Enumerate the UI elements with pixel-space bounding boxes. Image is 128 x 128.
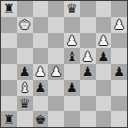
square-e3[interactable]: ♟ xyxy=(64,80,80,96)
square-e5[interactable]: ♝ xyxy=(64,48,80,64)
black-queen: ♛ xyxy=(66,2,78,15)
black-bishop: ♝ xyxy=(66,49,78,62)
square-f4[interactable]: ♟ xyxy=(80,64,96,80)
square-f3[interactable] xyxy=(80,80,96,96)
white-pawn: ♟ xyxy=(66,33,78,46)
white-pawn: ♟ xyxy=(82,49,94,62)
square-h8[interactable] xyxy=(111,1,127,17)
square-h4[interactable]: ♟ xyxy=(111,64,127,80)
square-b5[interactable] xyxy=(17,48,33,64)
square-c6[interactable] xyxy=(33,33,49,49)
square-e6[interactable]: ♟ xyxy=(64,33,80,49)
square-a5[interactable] xyxy=(1,48,17,64)
square-b6[interactable] xyxy=(17,33,33,49)
square-d4[interactable]: ♟ xyxy=(48,64,64,80)
square-h1[interactable] xyxy=(111,111,127,127)
square-c2[interactable] xyxy=(33,96,49,112)
square-g7[interactable] xyxy=(96,17,112,33)
square-g2[interactable] xyxy=(96,96,112,112)
square-a1[interactable]: ♜ xyxy=(1,111,17,127)
square-f7[interactable] xyxy=(80,17,96,33)
black-pawn: ♟ xyxy=(66,81,78,94)
square-g6[interactable]: ♟ xyxy=(96,33,112,49)
square-f2[interactable] xyxy=(80,96,96,112)
square-d3[interactable] xyxy=(48,80,64,96)
square-a4[interactable] xyxy=(1,64,17,80)
square-b2[interactable]: ♛ xyxy=(17,96,33,112)
square-g3[interactable] xyxy=(96,80,112,96)
square-f6[interactable] xyxy=(80,33,96,49)
square-h3[interactable] xyxy=(111,80,127,96)
square-a7[interactable] xyxy=(1,17,17,33)
square-d2[interactable] xyxy=(48,96,64,112)
black-rook: ♜ xyxy=(3,112,15,125)
square-f8[interactable] xyxy=(80,1,96,17)
black-pawn: ♟ xyxy=(98,49,110,62)
square-c7[interactable] xyxy=(33,17,49,33)
square-a6[interactable] xyxy=(1,33,17,49)
square-a3[interactable] xyxy=(1,80,17,96)
square-e4[interactable] xyxy=(64,64,80,80)
square-a2[interactable] xyxy=(1,96,17,112)
black-king: ♚ xyxy=(35,112,47,125)
square-e8[interactable]: ♛ xyxy=(64,1,80,17)
black-pawn: ♟ xyxy=(35,81,47,94)
square-e2[interactable] xyxy=(64,96,80,112)
black-pawn: ♟ xyxy=(82,65,94,78)
black-rook: ♜ xyxy=(3,2,15,15)
square-g4[interactable] xyxy=(96,64,112,80)
chess-board: ♜♛♚♟♟♟♝♟♟♟♟♟♟♟♝♟♟♛♜♚ xyxy=(0,0,128,128)
square-b8[interactable] xyxy=(17,1,33,17)
white-king: ♚ xyxy=(19,18,31,31)
square-d7[interactable] xyxy=(48,17,64,33)
square-g8[interactable] xyxy=(96,1,112,17)
square-b3[interactable]: ♝ xyxy=(17,80,33,96)
square-d1[interactable] xyxy=(48,111,64,127)
white-pawn: ♟ xyxy=(98,33,110,46)
square-h6[interactable] xyxy=(111,33,127,49)
white-bishop: ♝ xyxy=(19,81,31,94)
white-pawn: ♟ xyxy=(113,18,125,31)
square-c4[interactable]: ♟ xyxy=(33,64,49,80)
square-g5[interactable]: ♟ xyxy=(96,48,112,64)
square-h5[interactable] xyxy=(111,48,127,64)
square-h2[interactable] xyxy=(111,96,127,112)
square-f5[interactable]: ♟ xyxy=(80,48,96,64)
square-a8[interactable]: ♜ xyxy=(1,1,17,17)
square-f1[interactable] xyxy=(80,111,96,127)
square-c5[interactable] xyxy=(33,48,49,64)
square-b4[interactable]: ♟ xyxy=(17,64,33,80)
black-pawn: ♟ xyxy=(19,65,31,78)
square-b1[interactable] xyxy=(17,111,33,127)
square-h7[interactable]: ♟ xyxy=(111,17,127,33)
square-c8[interactable] xyxy=(33,1,49,17)
square-e1[interactable] xyxy=(64,111,80,127)
black-pawn: ♟ xyxy=(113,65,125,78)
white-pawn: ♟ xyxy=(50,65,62,78)
square-c1[interactable]: ♚ xyxy=(33,111,49,127)
square-d6[interactable] xyxy=(48,33,64,49)
square-d5[interactable] xyxy=(48,48,64,64)
square-g1[interactable] xyxy=(96,111,112,127)
square-e7[interactable] xyxy=(64,17,80,33)
square-b7[interactable]: ♚ xyxy=(17,17,33,33)
square-c3[interactable]: ♟ xyxy=(33,80,49,96)
square-d8[interactable] xyxy=(48,1,64,17)
white-pawn: ♟ xyxy=(35,65,47,78)
black-queen: ♛ xyxy=(19,96,31,109)
